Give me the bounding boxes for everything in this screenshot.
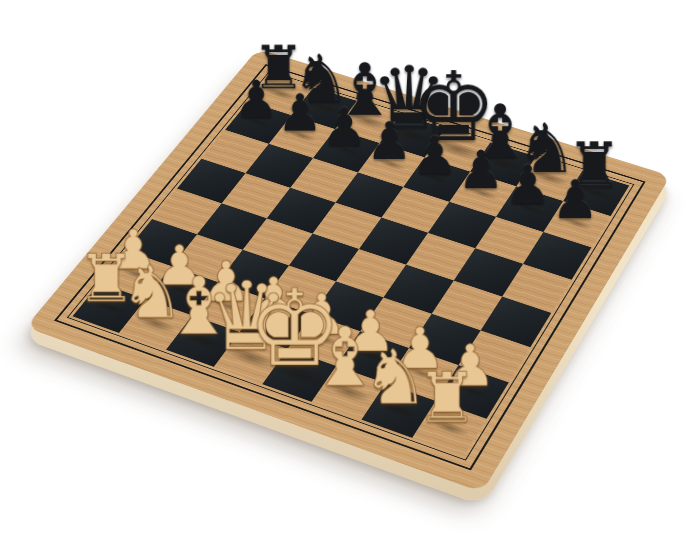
chess-board: ♜♞♝♛♚♝♞♜♟♟♟♟♟♟♟♟♟♟♟♟♟♟♟♟♜♞♝♛♚♝♞♜ [25,49,670,493]
scene: ♜♞♝♛♚♝♞♜♟♟♟♟♟♟♟♟♟♟♟♟♟♟♟♟♜♞♝♛♚♝♞♜ [0,0,700,539]
white-rook[interactable]: ♜ [412,364,481,433]
